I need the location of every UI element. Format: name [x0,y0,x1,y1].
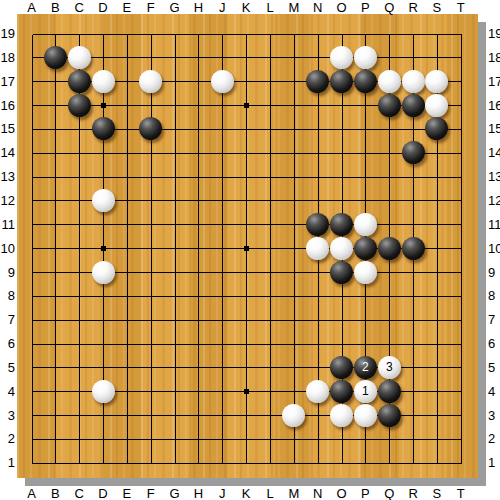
black-stone-C16 [68,94,91,117]
coord-left-13: 13 [0,170,15,183]
coord-left-14: 14 [0,146,15,159]
coord-bottom-E: E [119,487,135,500]
white-stone-D12 [92,189,115,212]
star-point-K16 [244,103,249,108]
move-number-1: 1 [362,385,369,397]
white-stone-C18 [68,46,91,69]
black-stone-N17 [306,70,329,93]
coord-right-1: 1 [488,456,495,469]
coord-top-C: C [71,1,87,14]
coord-right-12: 12 [488,194,500,207]
black-stone-O17 [330,70,353,93]
star-point-K4 [244,389,249,394]
coord-right-19: 19 [488,27,500,40]
coord-left-8: 8 [0,289,15,302]
coord-right-17: 17 [488,75,500,88]
page: 231 AA1919BB1818CC1717DD1616EE1515FF1414… [0,0,500,500]
white-stone-P3 [354,404,377,427]
white-stone-M3 [282,404,305,427]
coord-right-16: 16 [488,99,500,112]
coord-top-R: R [405,1,421,14]
black-stone-O9 [330,261,353,284]
coord-bottom-M: M [286,487,302,500]
black-stone-R10 [402,237,425,260]
coord-top-K: K [238,1,254,14]
move-number-2: 2 [362,361,369,373]
white-stone-S16 [425,94,448,117]
coord-right-8: 8 [488,289,495,302]
coord-left-16: 16 [0,99,15,112]
coord-left-10: 10 [0,242,15,255]
coord-bottom-P: P [357,487,373,500]
black-stone-Q4 [378,380,401,403]
coord-bottom-D: D [95,487,111,500]
coord-left-19: 19 [0,27,15,40]
black-stone-N11 [306,213,329,236]
coord-top-B: B [47,1,63,14]
coord-left-7: 7 [0,313,15,326]
star-point-K10 [244,246,249,251]
coord-bottom-Q: Q [381,487,397,500]
coord-bottom-R: R [405,487,421,500]
coord-right-18: 18 [488,51,500,64]
coord-top-D: D [95,1,111,14]
coord-bottom-J: J [214,487,230,500]
black-stone-O4 [330,380,353,403]
coord-top-P: P [357,1,373,14]
white-stone-P18 [354,46,377,69]
coord-bottom-O: O [334,487,350,500]
coord-left-18: 18 [0,51,15,64]
coord-bottom-G: G [167,487,183,500]
white-stone-N10 [306,237,329,260]
coord-top-G: G [167,1,183,14]
coord-top-O: O [334,1,350,14]
coord-left-5: 5 [0,361,15,374]
coord-top-J: J [214,1,230,14]
white-stone-Q17 [378,70,401,93]
white-stone-F17 [139,70,162,93]
coord-right-15: 15 [488,122,500,135]
white-stone-J17 [211,70,234,93]
coord-right-5: 5 [488,361,495,374]
coord-right-9: 9 [488,266,495,279]
white-stone-O3 [330,404,353,427]
coord-bottom-F: F [143,487,159,500]
black-stone-O11 [330,213,353,236]
black-stone-B18 [44,46,67,69]
coord-right-6: 6 [488,337,495,350]
black-stone-O5 [330,356,353,379]
coord-left-3: 3 [0,409,15,422]
coord-left-12: 12 [0,194,15,207]
coord-top-T: T [453,1,469,14]
coord-right-14: 14 [488,146,500,159]
white-stone-Q5: 3 [378,356,401,379]
coord-left-15: 15 [0,122,15,135]
coord-bottom-A: A [24,487,40,500]
coord-left-17: 17 [0,75,15,88]
coord-left-2: 2 [0,432,15,445]
coord-right-13: 13 [488,170,500,183]
star-point-D10 [101,246,106,251]
coord-bottom-K: K [238,487,254,500]
white-stone-D9 [92,261,115,284]
coord-bottom-H: H [190,487,206,500]
star-point-D16 [101,103,106,108]
coord-top-H: H [190,1,206,14]
black-stone-D15 [92,117,115,140]
black-stone-Q3 [378,404,401,427]
coord-top-N: N [310,1,326,14]
go-board[interactable]: 231 [17,14,478,478]
black-stone-Q16 [378,94,401,117]
coord-right-7: 7 [488,313,495,326]
white-stone-S17 [425,70,448,93]
white-stone-O10 [330,237,353,260]
coord-bottom-T: T [453,487,469,500]
coord-top-M: M [286,1,302,14]
black-stone-Q10 [378,237,401,260]
coord-bottom-N: N [310,487,326,500]
coord-top-F: F [143,1,159,14]
coord-right-4: 4 [488,385,495,398]
white-stone-R17 [402,70,425,93]
coord-right-3: 3 [488,409,495,422]
black-stone-P17 [354,70,377,93]
coord-bottom-B: B [47,487,63,500]
move-number-3: 3 [386,361,393,373]
white-stone-D17 [92,70,115,93]
coord-left-11: 11 [0,218,15,231]
coord-left-6: 6 [0,337,15,350]
coord-right-10: 10 [488,242,500,255]
black-stone-P10 [354,237,377,260]
white-stone-N4 [306,380,329,403]
coord-left-9: 9 [0,266,15,279]
white-stone-P11 [354,213,377,236]
coord-right-2: 2 [488,432,495,445]
coord-top-L: L [262,1,278,14]
white-stone-P4: 1 [354,380,377,403]
coord-top-S: S [429,1,445,14]
white-stone-P9 [354,261,377,284]
black-stone-C17 [68,70,91,93]
black-stone-P5: 2 [354,356,377,379]
coord-left-1: 1 [0,456,15,469]
coord-right-11: 11 [488,218,500,231]
black-stone-R14 [402,141,425,164]
coord-top-Q: Q [381,1,397,14]
coord-left-4: 4 [0,385,15,398]
white-stone-O18 [330,46,353,69]
coord-bottom-L: L [262,487,278,500]
coord-bottom-C: C [71,487,87,500]
white-stone-D4 [92,380,115,403]
coord-top-A: A [24,1,40,14]
coord-top-E: E [119,1,135,14]
coord-bottom-S: S [429,487,445,500]
black-stone-R16 [402,94,425,117]
